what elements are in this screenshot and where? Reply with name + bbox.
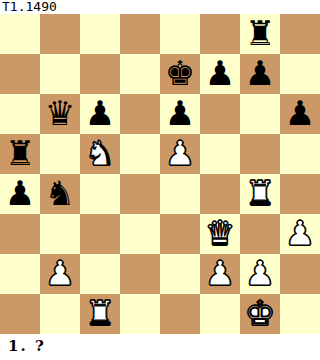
square-e6[interactable]: ♟ xyxy=(160,94,200,134)
piece-black-pawn[interactable]: ♟ xyxy=(200,54,240,94)
square-f4[interactable] xyxy=(200,174,240,214)
piece-black-knight[interactable]: ♞ xyxy=(40,174,80,214)
square-a3[interactable] xyxy=(0,214,40,254)
square-h4[interactable] xyxy=(280,174,320,214)
piece-white-pawn[interactable]: ♟ xyxy=(160,134,200,174)
square-c1[interactable]: ♜ xyxy=(80,294,120,334)
square-f1[interactable] xyxy=(200,294,240,334)
square-e5[interactable]: ♟ xyxy=(160,134,200,174)
square-d5[interactable] xyxy=(120,134,160,174)
square-d1[interactable] xyxy=(120,294,160,334)
piece-white-pawn[interactable]: ♟ xyxy=(40,254,80,294)
square-a7[interactable] xyxy=(0,54,40,94)
square-a8[interactable] xyxy=(0,14,40,54)
square-c8[interactable] xyxy=(80,14,120,54)
square-g4[interactable]: ♜ xyxy=(240,174,280,214)
square-h2[interactable] xyxy=(280,254,320,294)
square-f8[interactable] xyxy=(200,14,240,54)
square-c3[interactable] xyxy=(80,214,120,254)
square-f5[interactable] xyxy=(200,134,240,174)
square-e4[interactable] xyxy=(160,174,200,214)
square-e1[interactable] xyxy=(160,294,200,334)
square-a6[interactable] xyxy=(0,94,40,134)
square-g6[interactable] xyxy=(240,94,280,134)
square-d2[interactable] xyxy=(120,254,160,294)
piece-black-rook[interactable]: ♜ xyxy=(240,14,280,54)
piece-white-queen[interactable]: ♛ xyxy=(200,214,240,254)
square-d3[interactable] xyxy=(120,214,160,254)
square-b4[interactable]: ♞ xyxy=(40,174,80,214)
square-a4[interactable]: ♟ xyxy=(0,174,40,214)
piece-white-pawn[interactable]: ♟ xyxy=(240,254,280,294)
square-d8[interactable] xyxy=(120,14,160,54)
piece-white-rook[interactable]: ♜ xyxy=(80,294,120,334)
square-d6[interactable] xyxy=(120,94,160,134)
square-c5[interactable]: ♞ xyxy=(80,134,120,174)
square-b7[interactable] xyxy=(40,54,80,94)
square-h3[interactable]: ♟ xyxy=(280,214,320,254)
square-h1[interactable] xyxy=(280,294,320,334)
chess-board: ♜♚♟♟♛♟♟♟♜♞♟♟♞♜♛♟♟♟♟♜♚ xyxy=(0,14,320,334)
square-c2[interactable] xyxy=(80,254,120,294)
square-a5[interactable]: ♜ xyxy=(0,134,40,174)
piece-black-pawn[interactable]: ♟ xyxy=(80,94,120,134)
square-h7[interactable] xyxy=(280,54,320,94)
square-e3[interactable] xyxy=(160,214,200,254)
move-prompt: 1. ? xyxy=(0,334,320,360)
piece-white-pawn[interactable]: ♟ xyxy=(280,214,320,254)
puzzle-title: T1.1490 xyxy=(0,0,320,14)
square-g3[interactable] xyxy=(240,214,280,254)
square-f3[interactable]: ♛ xyxy=(200,214,240,254)
square-g8[interactable]: ♜ xyxy=(240,14,280,54)
piece-black-queen[interactable]: ♛ xyxy=(40,94,80,134)
square-f6[interactable] xyxy=(200,94,240,134)
piece-black-pawn[interactable]: ♟ xyxy=(160,94,200,134)
square-g7[interactable]: ♟ xyxy=(240,54,280,94)
square-d4[interactable] xyxy=(120,174,160,214)
square-h5[interactable] xyxy=(280,134,320,174)
piece-black-king[interactable]: ♚ xyxy=(160,54,200,94)
square-h8[interactable] xyxy=(280,14,320,54)
square-c7[interactable] xyxy=(80,54,120,94)
square-g2[interactable]: ♟ xyxy=(240,254,280,294)
square-e8[interactable] xyxy=(160,14,200,54)
square-g1[interactable]: ♚ xyxy=(240,294,280,334)
square-b1[interactable] xyxy=(40,294,80,334)
piece-white-king[interactable]: ♚ xyxy=(240,294,280,334)
square-e7[interactable]: ♚ xyxy=(160,54,200,94)
square-b2[interactable]: ♟ xyxy=(40,254,80,294)
square-e2[interactable] xyxy=(160,254,200,294)
square-f2[interactable]: ♟ xyxy=(200,254,240,294)
square-g5[interactable] xyxy=(240,134,280,174)
square-b6[interactable]: ♛ xyxy=(40,94,80,134)
piece-white-knight[interactable]: ♞ xyxy=(80,134,120,174)
piece-white-pawn[interactable]: ♟ xyxy=(200,254,240,294)
square-h6[interactable]: ♟ xyxy=(280,94,320,134)
piece-black-pawn[interactable]: ♟ xyxy=(0,174,40,214)
square-a1[interactable] xyxy=(0,294,40,334)
square-b8[interactable] xyxy=(40,14,80,54)
square-a2[interactable] xyxy=(0,254,40,294)
square-b5[interactable] xyxy=(40,134,80,174)
square-c6[interactable]: ♟ xyxy=(80,94,120,134)
square-b3[interactable] xyxy=(40,214,80,254)
piece-black-pawn[interactable]: ♟ xyxy=(240,54,280,94)
square-f7[interactable]: ♟ xyxy=(200,54,240,94)
piece-black-rook[interactable]: ♜ xyxy=(0,134,40,174)
piece-black-pawn[interactable]: ♟ xyxy=(280,94,320,134)
square-c4[interactable] xyxy=(80,174,120,214)
square-d7[interactable] xyxy=(120,54,160,94)
piece-white-rook[interactable]: ♜ xyxy=(240,174,280,214)
